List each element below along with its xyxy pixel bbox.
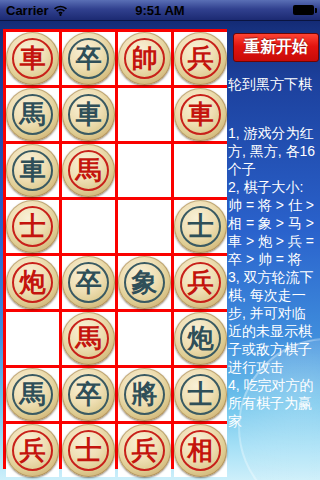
piece-black-r7c3[interactable]: 將 — [118, 368, 171, 421]
rule-line: 相 = 象 > 马 > — [228, 214, 320, 232]
rule-line: 3, 双方轮流下 — [228, 268, 320, 286]
piece-glyph: 馬 — [20, 381, 46, 407]
cell-r8c4[interactable]: 相 — [174, 424, 227, 477]
piece-ring: 車 — [68, 94, 109, 135]
piece-black-r4c4[interactable]: 士 — [174, 200, 227, 253]
piece-ring: 車 — [12, 38, 53, 79]
restart-button[interactable]: 重新开始 — [233, 33, 319, 62]
rule-line: 1, 游戏分为红 — [228, 124, 320, 142]
piece-black-r7c2[interactable]: 卒 — [62, 368, 115, 421]
piece-red-r8c3[interactable]: 兵 — [118, 424, 171, 477]
piece-ring: 士 — [180, 206, 221, 247]
cell-r2c1[interactable]: 馬 — [6, 88, 59, 141]
cell-r1c3[interactable]: 帥 — [118, 32, 171, 85]
rule-line: 卒 > 帅 = 将 — [228, 250, 320, 268]
piece-ring: 相 — [180, 430, 221, 471]
cell-r4c3[interactable] — [118, 200, 171, 253]
piece-glyph: 卒 — [76, 269, 102, 295]
piece-glyph: 將 — [132, 381, 158, 407]
board: 車卒帥兵馬車車車馬士士炮卒象兵馬炮馬卒將士兵士兵相 — [3, 29, 227, 469]
piece-ring: 馬 — [12, 94, 53, 135]
battery-icon — [293, 5, 314, 15]
piece-ring: 卒 — [68, 38, 109, 79]
piece-black-r5c2[interactable]: 卒 — [62, 256, 115, 309]
piece-ring: 炮 — [180, 318, 221, 359]
cell-r5c4[interactable]: 兵 — [174, 256, 227, 309]
cell-r3c2[interactable]: 馬 — [62, 144, 115, 197]
cell-r4c4[interactable]: 士 — [174, 200, 227, 253]
rule-line: 所有棋子为赢 — [228, 394, 320, 412]
rule-line: 子或敌方棋子 — [228, 340, 320, 358]
rule-line: 步, 并可对临 — [228, 304, 320, 322]
piece-glyph: 兵 — [132, 437, 158, 463]
piece-glyph: 卒 — [76, 45, 102, 71]
cell-r3c1[interactable]: 車 — [6, 144, 59, 197]
cell-r7c2[interactable]: 卒 — [62, 368, 115, 421]
piece-ring: 卒 — [68, 374, 109, 415]
cell-r2c2[interactable]: 車 — [62, 88, 115, 141]
piece-ring: 兵 — [124, 430, 165, 471]
rule-line: 棋, 每次走一 — [228, 286, 320, 304]
piece-ring: 馬 — [12, 374, 53, 415]
rule-line: 进行攻击 — [228, 358, 320, 376]
piece-red-r8c2[interactable]: 士 — [62, 424, 115, 477]
rules-text: 1, 游戏分为红方, 黑方, 各16个子2, 棋子大小:帅 = 将 > 仕 >相… — [228, 124, 320, 430]
piece-glyph: 象 — [132, 269, 158, 295]
piece-glyph: 士 — [188, 381, 214, 407]
cell-r5c1[interactable]: 炮 — [6, 256, 59, 309]
cell-r7c4[interactable]: 士 — [174, 368, 227, 421]
piece-glyph: 炮 — [188, 325, 214, 351]
piece-glyph: 馬 — [76, 325, 102, 351]
cell-r6c4[interactable]: 炮 — [174, 312, 227, 365]
piece-glyph: 卒 — [76, 381, 102, 407]
piece-black-r2c1[interactable]: 馬 — [6, 88, 59, 141]
piece-glyph: 馬 — [76, 157, 102, 183]
piece-glyph: 兵 — [20, 437, 46, 463]
piece-black-r7c4[interactable]: 士 — [174, 368, 227, 421]
cell-r6c2[interactable]: 馬 — [62, 312, 115, 365]
cell-r1c2[interactable]: 卒 — [62, 32, 115, 85]
piece-black-r3c1[interactable]: 車 — [6, 144, 59, 197]
piece-black-r1c2[interactable]: 卒 — [62, 32, 115, 85]
piece-ring: 士 — [12, 206, 53, 247]
piece-glyph: 士 — [20, 213, 46, 239]
rule-line: 方, 黑方, 各16 — [228, 142, 320, 160]
cell-r7c1[interactable]: 馬 — [6, 368, 59, 421]
piece-glyph: 兵 — [188, 269, 214, 295]
piece-red-r8c1[interactable]: 兵 — [6, 424, 59, 477]
piece-glyph: 士 — [188, 213, 214, 239]
rule-line: 車 > 炮 > 兵 = — [228, 232, 320, 250]
cell-r3c4[interactable] — [174, 144, 227, 197]
piece-red-r8c4[interactable]: 相 — [174, 424, 227, 477]
piece-glyph: 車 — [20, 157, 46, 183]
cell-r2c3[interactable] — [118, 88, 171, 141]
piece-glyph: 兵 — [188, 45, 214, 71]
piece-ring: 車 — [12, 150, 53, 191]
cell-r4c1[interactable]: 士 — [6, 200, 59, 253]
piece-glyph: 相 — [188, 437, 214, 463]
rule-line: 近的未显示棋 — [228, 322, 320, 340]
piece-red-r1c1[interactable]: 車 — [6, 32, 59, 85]
status-bar: Carrier 9:51 AM — [0, 0, 320, 21]
piece-red-r1c4[interactable]: 兵 — [174, 32, 227, 85]
rule-line: 家 — [228, 412, 320, 430]
cell-r3c3[interactable] — [118, 144, 171, 197]
piece-glyph: 車 — [76, 101, 102, 127]
piece-ring: 士 — [68, 430, 109, 471]
piece-glyph: 車 — [188, 101, 214, 127]
piece-red-r3c2[interactable]: 馬 — [62, 144, 115, 197]
piece-red-r4c1[interactable]: 士 — [6, 200, 59, 253]
cell-r8c1[interactable]: 兵 — [6, 424, 59, 477]
rule-line: 个子 — [228, 160, 320, 178]
piece-ring: 卒 — [68, 262, 109, 303]
piece-black-r2c2[interactable]: 車 — [62, 88, 115, 141]
cell-r6c3[interactable] — [118, 312, 171, 365]
piece-ring: 帥 — [124, 38, 165, 79]
cell-r8c2[interactable]: 士 — [62, 424, 115, 477]
piece-ring: 馬 — [68, 318, 109, 359]
cell-r4c2[interactable] — [62, 200, 115, 253]
piece-ring: 兵 — [180, 262, 221, 303]
cell-r8c3[interactable]: 兵 — [118, 424, 171, 477]
piece-red-r2c4[interactable]: 車 — [174, 88, 227, 141]
piece-black-r7c1[interactable]: 馬 — [6, 368, 59, 421]
turn-status: 轮到黑方下棋 — [228, 76, 320, 94]
piece-ring: 兵 — [180, 38, 221, 79]
piece-glyph: 炮 — [20, 269, 46, 295]
piece-ring: 兵 — [12, 430, 53, 471]
piece-glyph: 車 — [20, 45, 46, 71]
piece-ring: 士 — [180, 374, 221, 415]
clock: 9:51 AM — [0, 3, 320, 18]
piece-glyph: 帥 — [132, 45, 158, 71]
piece-ring: 炮 — [12, 262, 53, 303]
cell-r1c1[interactable]: 車 — [6, 32, 59, 85]
cell-r5c2[interactable]: 卒 — [62, 256, 115, 309]
cell-r6c1[interactable] — [6, 312, 59, 365]
piece-red-r5c1[interactable]: 炮 — [6, 256, 59, 309]
piece-ring: 象 — [124, 262, 165, 303]
piece-black-r5c3[interactable]: 象 — [118, 256, 171, 309]
app-screen: Carrier 9:51 AM 車卒帥兵馬車車車馬士士炮卒象兵馬炮馬卒將士兵士兵… — [0, 0, 320, 480]
side-panel: 重新开始 轮到黑方下棋 1, 游戏分为红方, 黑方, 各16个子2, 棋子大小:… — [228, 30, 320, 430]
rule-line: 4, 吃完对方的 — [228, 376, 320, 394]
piece-ring: 將 — [124, 374, 165, 415]
cell-r1c4[interactable]: 兵 — [174, 32, 227, 85]
piece-ring: 車 — [180, 94, 221, 135]
piece-red-r5c4[interactable]: 兵 — [174, 256, 227, 309]
cell-r2c4[interactable]: 車 — [174, 88, 227, 141]
piece-black-r6c4[interactable]: 炮 — [174, 312, 227, 365]
cell-r7c3[interactable]: 將 — [118, 368, 171, 421]
cell-r5c3[interactable]: 象 — [118, 256, 171, 309]
rule-line: 2, 棋子大小: — [228, 178, 320, 196]
piece-ring: 馬 — [68, 150, 109, 191]
piece-red-r1c3[interactable]: 帥 — [118, 32, 171, 85]
rule-line: 帅 = 将 > 仕 > — [228, 196, 320, 214]
piece-glyph: 士 — [76, 437, 102, 463]
piece-glyph: 馬 — [20, 101, 46, 127]
piece-red-r6c2[interactable]: 馬 — [62, 312, 115, 365]
